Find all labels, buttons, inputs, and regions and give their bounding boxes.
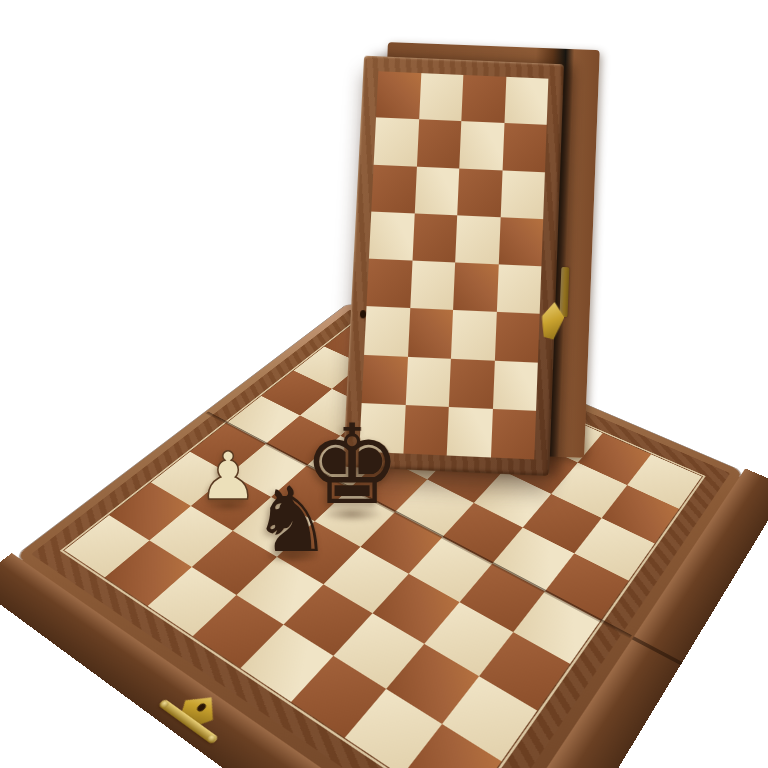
folded-square [367, 259, 413, 309]
folded-square [449, 358, 495, 408]
folded-square [376, 71, 421, 119]
folded-square [408, 308, 454, 358]
folded-square [498, 217, 543, 266]
folded-square [410, 261, 455, 311]
folded-square [447, 407, 493, 458]
folded-square [371, 164, 416, 213]
folded-square [490, 409, 536, 460]
folded-square [374, 118, 419, 167]
folded-square [412, 213, 457, 262]
folded-square [502, 123, 547, 172]
folded-square [414, 166, 459, 215]
folded-square [500, 170, 545, 219]
fold-seam-edge-cut [632, 636, 683, 665]
folded-square [492, 360, 537, 410]
folded-square [496, 264, 541, 314]
folded-square [419, 73, 464, 121]
white-pawn[interactable]: ♟ [198, 444, 257, 510]
folded-square [494, 312, 539, 362]
scene: ♚ ♟ ♞ [0, 0, 768, 768]
black-knight[interactable]: ♞ [252, 475, 333, 565]
brass-hinge-icon [559, 267, 569, 317]
folded-square [461, 75, 506, 123]
folded-square [457, 168, 502, 217]
folded-square [455, 215, 500, 264]
folded-square [405, 356, 451, 406]
folded-square [362, 354, 408, 404]
folded-square [416, 119, 461, 168]
folded-square [504, 77, 548, 125]
folded-square [451, 310, 496, 360]
folded-square [364, 306, 410, 356]
folded-square [453, 262, 498, 312]
folded-square [369, 211, 414, 260]
folded-square [459, 121, 504, 170]
folded-square [403, 405, 449, 456]
